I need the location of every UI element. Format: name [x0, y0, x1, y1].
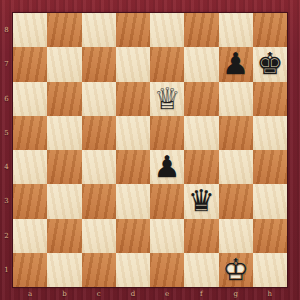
square-e2[interactable]	[150, 219, 184, 253]
piece-glyph: ♕	[150, 82, 184, 116]
square-g4[interactable]	[219, 150, 253, 184]
square-a5[interactable]	[13, 116, 47, 150]
square-g3[interactable]	[219, 184, 253, 218]
square-h3[interactable]	[253, 184, 287, 218]
rank-label-2: 2	[0, 219, 13, 253]
piece-glyph: ♚	[253, 47, 287, 81]
square-h7[interactable]: ♚	[253, 47, 287, 81]
square-a3[interactable]	[13, 184, 47, 218]
square-d3[interactable]	[116, 184, 150, 218]
square-e7[interactable]	[150, 47, 184, 81]
square-f4[interactable]	[184, 150, 218, 184]
square-a8[interactable]	[13, 13, 47, 47]
file-label-h: h	[253, 287, 287, 300]
file-label-a: a	[13, 287, 47, 300]
square-d8[interactable]	[116, 13, 150, 47]
square-b8[interactable]	[47, 13, 81, 47]
square-b5[interactable]	[47, 116, 81, 150]
square-d4[interactable]	[116, 150, 150, 184]
square-f6[interactable]	[184, 82, 218, 116]
square-h1[interactable]	[253, 253, 287, 287]
square-g5[interactable]	[219, 116, 253, 150]
rank-label-7: 7	[0, 47, 13, 81]
square-f5[interactable]	[184, 116, 218, 150]
file-label-f: f	[184, 287, 218, 300]
square-c8[interactable]	[82, 13, 116, 47]
square-g1[interactable]: ♚♔	[219, 253, 253, 287]
rank-label-3: 3	[0, 184, 13, 218]
square-f2[interactable]	[184, 219, 218, 253]
square-g8[interactable]	[219, 13, 253, 47]
rank-label-6: 6	[0, 82, 13, 116]
rank-label-4: 4	[0, 150, 13, 184]
rank-label-5: 5	[0, 116, 13, 150]
piece-glyph: ♟	[150, 150, 184, 184]
piece-glyph: ♟	[219, 47, 253, 81]
rank-label-8: 8	[0, 13, 13, 47]
file-label-e: e	[150, 287, 184, 300]
square-f7[interactable]	[184, 47, 218, 81]
square-f3[interactable]: ♛	[184, 184, 218, 218]
file-label-b: b	[47, 287, 81, 300]
square-b6[interactable]	[47, 82, 81, 116]
file-label-d: d	[116, 287, 150, 300]
square-d1[interactable]	[116, 253, 150, 287]
square-a1[interactable]	[13, 253, 47, 287]
piece-black-king[interactable]: ♚	[253, 47, 287, 81]
rank-label-1: 1	[0, 253, 13, 287]
square-b7[interactable]	[47, 47, 81, 81]
square-c3[interactable]	[82, 184, 116, 218]
square-f1[interactable]	[184, 253, 218, 287]
piece-glyph: ♛	[184, 184, 218, 218]
piece-white-king[interactable]: ♚♔	[219, 253, 253, 287]
file-label-c: c	[82, 287, 116, 300]
square-b2[interactable]	[47, 219, 81, 253]
square-e3[interactable]	[150, 184, 184, 218]
square-e4[interactable]: ♟	[150, 150, 184, 184]
square-a2[interactable]	[13, 219, 47, 253]
square-d5[interactable]	[116, 116, 150, 150]
square-g2[interactable]	[219, 219, 253, 253]
board: ♟♚♛♕♟♛♚♔	[13, 13, 287, 287]
square-h8[interactable]	[253, 13, 287, 47]
board-frame: ♟♚♛♕♟♛♚♔ 87654321abcdefgh	[0, 0, 300, 300]
file-label-g: g	[219, 287, 253, 300]
piece-black-queen[interactable]: ♛	[184, 184, 218, 218]
square-g7[interactable]: ♟	[219, 47, 253, 81]
square-h4[interactable]	[253, 150, 287, 184]
piece-black-pawn[interactable]: ♟	[219, 47, 253, 81]
square-c7[interactable]	[82, 47, 116, 81]
square-h6[interactable]	[253, 82, 287, 116]
square-e8[interactable]	[150, 13, 184, 47]
square-g6[interactable]	[219, 82, 253, 116]
piece-black-pawn[interactable]: ♟	[150, 150, 184, 184]
square-d2[interactable]	[116, 219, 150, 253]
square-a4[interactable]	[13, 150, 47, 184]
square-e6[interactable]: ♛♕	[150, 82, 184, 116]
square-b3[interactable]	[47, 184, 81, 218]
square-b1[interactable]	[47, 253, 81, 287]
square-f8[interactable]	[184, 13, 218, 47]
piece-white-queen[interactable]: ♛♕	[150, 82, 184, 116]
square-e1[interactable]	[150, 253, 184, 287]
square-e5[interactable]	[150, 116, 184, 150]
square-b4[interactable]	[47, 150, 81, 184]
square-c1[interactable]	[82, 253, 116, 287]
piece-glyph: ♔	[219, 253, 253, 287]
square-a6[interactable]	[13, 82, 47, 116]
square-c6[interactable]	[82, 82, 116, 116]
square-c2[interactable]	[82, 219, 116, 253]
square-d7[interactable]	[116, 47, 150, 81]
square-c4[interactable]	[82, 150, 116, 184]
square-d6[interactable]	[116, 82, 150, 116]
square-a7[interactable]	[13, 47, 47, 81]
square-h5[interactable]	[253, 116, 287, 150]
square-c5[interactable]	[82, 116, 116, 150]
square-h2[interactable]	[253, 219, 287, 253]
